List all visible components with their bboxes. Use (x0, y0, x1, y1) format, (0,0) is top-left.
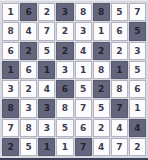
cell-r8c7[interactable]: 7 (111, 138, 128, 156)
cell-r4c7[interactable]: 1 (111, 61, 128, 79)
cell-r5c6[interactable]: 2 (93, 80, 110, 98)
cell-r5c8[interactable]: 6 (129, 80, 146, 98)
cell-r7c2[interactable]: 8 (20, 119, 37, 137)
cell-r6c5[interactable]: 7 (75, 99, 92, 117)
cell-r2c1[interactable]: 8 (2, 22, 19, 40)
cell-r4c8[interactable]: 5 (129, 61, 146, 79)
cell-r1c8[interactable]: 7 (129, 3, 146, 21)
cell-r2c3[interactable]: 7 (38, 22, 55, 40)
cell-r8c6[interactable]: 4 (93, 138, 110, 156)
cell-r3c1[interactable]: 6 (2, 42, 19, 60)
cell-r6c6[interactable]: 5 (93, 99, 110, 117)
cell-r3c7[interactable]: 2 (111, 42, 128, 60)
cell-r1c6[interactable]: 8 (93, 3, 110, 21)
cell-r4c3[interactable]: 1 (38, 61, 55, 79)
cell-r5c1[interactable]: 3 (2, 80, 19, 98)
cell-r3c6[interactable]: 2 (93, 42, 110, 60)
cell-r5c7[interactable]: 8 (111, 80, 128, 98)
cell-r7c5[interactable]: 6 (75, 119, 92, 137)
cell-r4c6[interactable]: 8 (93, 61, 110, 79)
cell-r2c2[interactable]: 4 (20, 22, 37, 40)
cell-r1c7[interactable]: 5 (111, 3, 128, 21)
cell-r3c2[interactable]: 2 (20, 42, 37, 60)
cell-r6c2[interactable]: 3 (20, 99, 37, 117)
cell-r4c4[interactable]: 3 (56, 61, 73, 79)
cell-r8c8[interactable]: 2 (129, 138, 146, 156)
cell-r6c8[interactable]: 1 (129, 99, 146, 117)
cell-r3c3[interactable]: 5 (38, 42, 55, 60)
cell-r6c1[interactable]: 8 (2, 99, 19, 117)
cell-r7c4[interactable]: 5 (56, 119, 73, 137)
cell-r8c1[interactable]: 2 (2, 138, 19, 156)
cell-r2c5[interactable]: 3 (75, 22, 92, 40)
cell-r7c3[interactable]: 3 (38, 119, 55, 137)
cell-r4c5[interactable]: 1 (75, 61, 92, 79)
hitori-board: 1623885784723165625242231613181532465286… (0, 0, 148, 160)
cell-r7c7[interactable]: 4 (111, 119, 128, 137)
cell-r1c2[interactable]: 6 (20, 3, 37, 21)
cell-r3c4[interactable]: 2 (56, 42, 73, 60)
cell-r8c2[interactable]: 5 (20, 138, 37, 156)
cell-r7c6[interactable]: 2 (93, 119, 110, 137)
cell-r6c3[interactable]: 3 (38, 99, 55, 117)
cell-r1c4[interactable]: 3 (56, 3, 73, 21)
cell-r1c5[interactable]: 8 (75, 3, 92, 21)
cell-r1c3[interactable]: 2 (38, 3, 55, 21)
cell-r3c5[interactable]: 4 (75, 42, 92, 60)
cell-r5c2[interactable]: 2 (20, 80, 37, 98)
cell-r2c7[interactable]: 6 (111, 22, 128, 40)
cell-r5c3[interactable]: 4 (38, 80, 55, 98)
cell-r5c5[interactable]: 5 (75, 80, 92, 98)
cell-r2c4[interactable]: 2 (56, 22, 73, 40)
cell-r7c1[interactable]: 7 (2, 119, 19, 137)
cell-r8c5[interactable]: 7 (75, 138, 92, 156)
cell-r6c4[interactable]: 8 (56, 99, 73, 117)
cell-r4c2[interactable]: 6 (20, 61, 37, 79)
cell-r3c8[interactable]: 3 (129, 42, 146, 60)
cell-r8c3[interactable]: 1 (38, 138, 55, 156)
cell-r1c1[interactable]: 1 (2, 3, 19, 21)
cell-r2c8[interactable]: 5 (129, 22, 146, 40)
cell-r8c4[interactable]: 1 (56, 138, 73, 156)
cell-r7c8[interactable]: 4 (129, 119, 146, 137)
cell-r6c7[interactable]: 7 (111, 99, 128, 117)
cell-r4c1[interactable]: 1 (2, 61, 19, 79)
cell-r2c6[interactable]: 1 (93, 22, 110, 40)
cell-r5c4[interactable]: 6 (56, 80, 73, 98)
